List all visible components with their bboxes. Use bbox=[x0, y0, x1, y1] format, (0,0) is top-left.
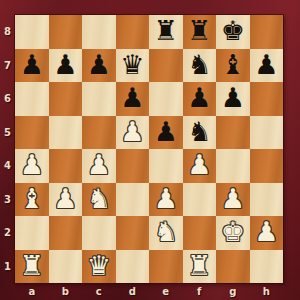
square-a8[interactable] bbox=[15, 15, 49, 49]
square-e1[interactable] bbox=[149, 250, 183, 284]
rank-label-7: 7 bbox=[0, 49, 15, 83]
square-f1[interactable]: ♜ bbox=[183, 250, 217, 284]
rank-label-5: 5 bbox=[0, 116, 15, 150]
square-c5[interactable] bbox=[82, 116, 116, 150]
square-c8[interactable] bbox=[82, 15, 116, 49]
black-rook-icon: ♜ bbox=[154, 17, 178, 44]
square-g5[interactable] bbox=[216, 116, 250, 150]
square-d3[interactable] bbox=[116, 183, 150, 217]
white-knight-icon: ♞ bbox=[154, 218, 178, 245]
white-rook-icon: ♜ bbox=[20, 252, 44, 279]
square-f5[interactable]: ♞ bbox=[183, 116, 217, 150]
square-c7[interactable]: ♟ bbox=[82, 49, 116, 83]
square-c2[interactable] bbox=[82, 216, 116, 250]
square-b3[interactable]: ♟ bbox=[49, 183, 83, 217]
file-label-b: b bbox=[49, 283, 83, 300]
square-g1[interactable] bbox=[216, 250, 250, 284]
square-d5[interactable]: ♟ bbox=[116, 116, 150, 150]
rank-label-1: 1 bbox=[0, 250, 15, 284]
square-a5[interactable] bbox=[15, 116, 49, 150]
white-pawn-icon: ♟ bbox=[87, 151, 111, 178]
square-a6[interactable] bbox=[15, 82, 49, 116]
square-h7[interactable]: ♟ bbox=[250, 49, 284, 83]
rank-label-3: 3 bbox=[0, 183, 15, 217]
square-f3[interactable] bbox=[183, 183, 217, 217]
rank-label-6: 6 bbox=[0, 82, 15, 116]
square-a3[interactable]: ♝ bbox=[15, 183, 49, 217]
square-c4[interactable]: ♟ bbox=[82, 149, 116, 183]
square-g6[interactable]: ♟ bbox=[216, 82, 250, 116]
black-pawn-icon: ♟ bbox=[53, 51, 77, 78]
square-a7[interactable]: ♟ bbox=[15, 49, 49, 83]
square-c6[interactable] bbox=[82, 82, 116, 116]
black-pawn-icon: ♟ bbox=[254, 51, 278, 78]
square-g8[interactable]: ♚ bbox=[216, 15, 250, 49]
square-e2[interactable]: ♞ bbox=[149, 216, 183, 250]
square-f4[interactable]: ♟ bbox=[183, 149, 217, 183]
white-king-icon: ♚ bbox=[221, 218, 245, 245]
square-f6[interactable]: ♟ bbox=[183, 82, 217, 116]
square-h1[interactable] bbox=[250, 250, 284, 284]
black-bishop-icon: ♝ bbox=[221, 51, 245, 78]
black-pawn-icon: ♟ bbox=[154, 118, 178, 145]
chess-diagram-frame: 87654321 abcdefgh ♜♜♚♟♟♟♛♞♝♟♟♟♟♟♟♞♟♟♟♝♟♞… bbox=[0, 0, 300, 300]
square-b8[interactable] bbox=[49, 15, 83, 49]
square-d6[interactable]: ♟ bbox=[116, 82, 150, 116]
file-label-h: h bbox=[250, 283, 284, 300]
square-h8[interactable] bbox=[250, 15, 284, 49]
black-queen-icon: ♛ bbox=[120, 51, 144, 78]
square-f8[interactable]: ♜ bbox=[183, 15, 217, 49]
black-knight-icon: ♞ bbox=[187, 118, 211, 145]
white-pawn-icon: ♟ bbox=[20, 151, 44, 178]
black-pawn-icon: ♟ bbox=[187, 84, 211, 111]
square-h2[interactable]: ♟ bbox=[250, 216, 284, 250]
file-label-e: e bbox=[149, 283, 183, 300]
square-h4[interactable] bbox=[250, 149, 284, 183]
black-pawn-icon: ♟ bbox=[221, 84, 245, 111]
square-a1[interactable]: ♜ bbox=[15, 250, 49, 284]
square-f2[interactable] bbox=[183, 216, 217, 250]
square-c3[interactable]: ♞ bbox=[82, 183, 116, 217]
rank-label-8: 8 bbox=[0, 15, 15, 49]
black-king-icon: ♚ bbox=[221, 17, 245, 44]
black-pawn-icon: ♟ bbox=[120, 84, 144, 111]
square-g4[interactable] bbox=[216, 149, 250, 183]
rank-labels: 87654321 bbox=[0, 15, 15, 283]
file-label-f: f bbox=[183, 283, 217, 300]
white-pawn-icon: ♟ bbox=[120, 118, 144, 145]
square-h3[interactable] bbox=[250, 183, 284, 217]
white-pawn-icon: ♟ bbox=[187, 151, 211, 178]
square-a4[interactable]: ♟ bbox=[15, 149, 49, 183]
white-bishop-icon: ♝ bbox=[20, 185, 44, 212]
square-e4[interactable] bbox=[149, 149, 183, 183]
square-b1[interactable] bbox=[49, 250, 83, 284]
square-d4[interactable] bbox=[116, 149, 150, 183]
square-d8[interactable] bbox=[116, 15, 150, 49]
square-b4[interactable] bbox=[49, 149, 83, 183]
white-pawn-icon: ♟ bbox=[154, 185, 178, 212]
white-knight-icon: ♞ bbox=[87, 185, 111, 212]
square-e7[interactable] bbox=[149, 49, 183, 83]
file-label-c: c bbox=[82, 283, 116, 300]
white-pawn-icon: ♟ bbox=[221, 185, 245, 212]
chess-board: ♜♜♚♟♟♟♛♞♝♟♟♟♟♟♟♞♟♟♟♝♟♞♟♟♞♚♟♜♛♜ bbox=[15, 15, 283, 283]
white-pawn-icon: ♟ bbox=[53, 185, 77, 212]
white-rook-icon: ♜ bbox=[187, 252, 211, 279]
square-h6[interactable] bbox=[250, 82, 284, 116]
square-b5[interactable] bbox=[49, 116, 83, 150]
black-rook-icon: ♜ bbox=[187, 17, 211, 44]
black-pawn-icon: ♟ bbox=[20, 51, 44, 78]
square-b2[interactable] bbox=[49, 216, 83, 250]
square-d7[interactable]: ♛ bbox=[116, 49, 150, 83]
square-e6[interactable] bbox=[149, 82, 183, 116]
black-pawn-icon: ♟ bbox=[87, 51, 111, 78]
white-queen-icon: ♛ bbox=[87, 252, 111, 279]
white-pawn-icon: ♟ bbox=[254, 218, 278, 245]
rank-label-2: 2 bbox=[0, 216, 15, 250]
square-e5[interactable]: ♟ bbox=[149, 116, 183, 150]
file-label-a: a bbox=[15, 283, 49, 300]
black-knight-icon: ♞ bbox=[187, 51, 211, 78]
square-f7[interactable]: ♞ bbox=[183, 49, 217, 83]
file-label-g: g bbox=[216, 283, 250, 300]
square-e3[interactable]: ♟ bbox=[149, 183, 183, 217]
square-g3[interactable]: ♟ bbox=[216, 183, 250, 217]
square-b7[interactable]: ♟ bbox=[49, 49, 83, 83]
square-h5[interactable] bbox=[250, 116, 284, 150]
square-b6[interactable] bbox=[49, 82, 83, 116]
file-label-d: d bbox=[116, 283, 150, 300]
square-d1[interactable] bbox=[116, 250, 150, 284]
file-labels: abcdefgh bbox=[15, 283, 283, 300]
square-d2[interactable] bbox=[116, 216, 150, 250]
square-c1[interactable]: ♛ bbox=[82, 250, 116, 284]
square-e8[interactable]: ♜ bbox=[149, 15, 183, 49]
square-a2[interactable] bbox=[15, 216, 49, 250]
square-g7[interactable]: ♝ bbox=[216, 49, 250, 83]
rank-label-4: 4 bbox=[0, 149, 15, 183]
square-g2[interactable]: ♚ bbox=[216, 216, 250, 250]
